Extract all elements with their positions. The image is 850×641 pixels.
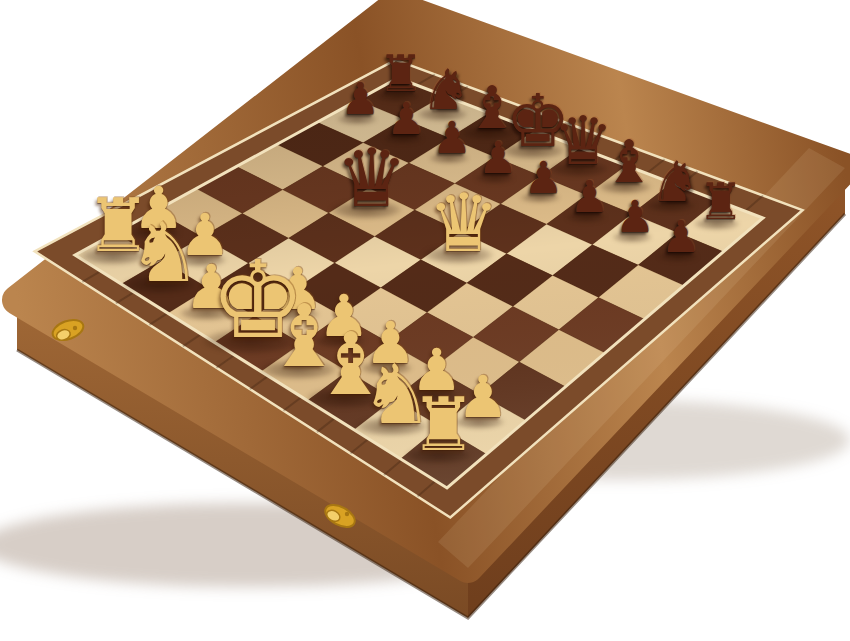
black-bishop-f8[interactable]: ♝ <box>603 133 656 192</box>
black-pawn-d7[interactable]: ♟ <box>478 136 518 180</box>
black-pawn-f7[interactable]: ♟ <box>569 175 609 219</box>
black-pawn-a7[interactable]: ♟ <box>341 77 381 121</box>
white-queen-e5[interactable]: ♛ <box>428 183 500 264</box>
black-pawn-h7[interactable]: ♟ <box>661 215 701 259</box>
black-pawn-c7[interactable]: ♟ <box>432 116 472 160</box>
chess-set-photo: ♜♞♝♚♛♝♞♜♟♟♟♟♟♟♟♟♛♛♟♟♟♟♟♟♟♜♞♟♚♝♝♞♜ <box>0 0 850 641</box>
black-knight-g8[interactable]: ♞ <box>650 154 700 210</box>
black-rook-h8[interactable]: ♜ <box>698 177 743 227</box>
black-pawn-e7[interactable]: ♟ <box>524 156 564 200</box>
black-queen-c5[interactable]: ♛ <box>336 138 408 219</box>
black-pawn-g7[interactable]: ♟ <box>615 195 655 239</box>
black-knight-b8[interactable]: ♞ <box>421 63 471 119</box>
white-rook-h1[interactable]: ♜ <box>410 388 476 462</box>
